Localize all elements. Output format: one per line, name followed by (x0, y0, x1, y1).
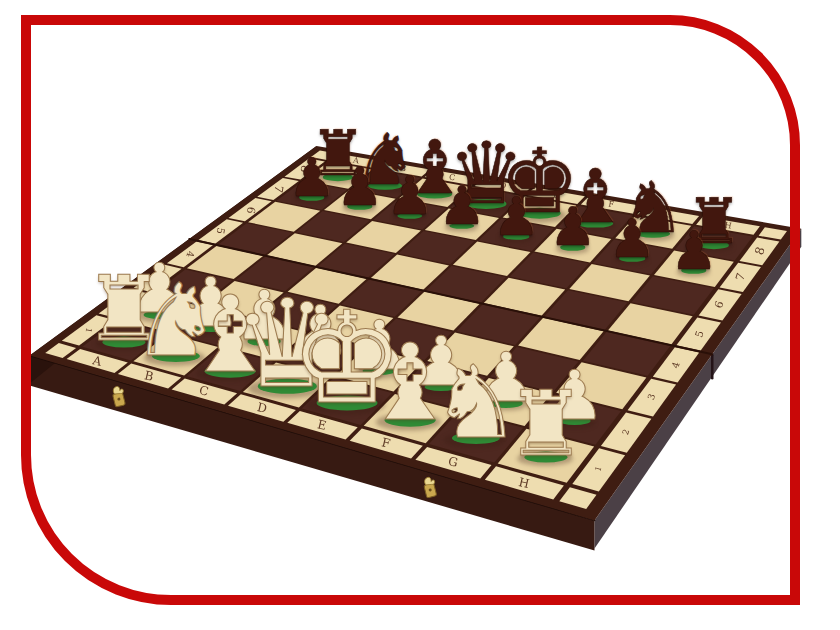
piece-black-pawn[interactable]: ♟ (386, 170, 434, 223)
piece-black-pawn[interactable]: ♟ (438, 180, 486, 233)
piece-black-pawn[interactable]: ♟ (549, 201, 597, 254)
piece-black-pawn[interactable]: ♟ (288, 151, 336, 204)
pieces-layer: ♜♞♝♛♚♝♞♜♟♟♟♟♟♟♟♟♟♟♟♟♟♟♟♟♜♞♝♛♚♝♞♜ (0, 0, 840, 630)
piece-black-pawn[interactable]: ♟ (492, 190, 540, 243)
piece-white-rook[interactable]: ♜ (506, 380, 587, 470)
piece-black-pawn[interactable]: ♟ (336, 160, 384, 213)
piece-black-pawn[interactable]: ♟ (608, 212, 656, 265)
piece-black-pawn[interactable]: ♟ (670, 224, 718, 277)
product-photo-stage: AA88BB77CC66DD55EE44FF33GG22HH11 ♜♞♝♛♚♝♞… (0, 0, 840, 630)
